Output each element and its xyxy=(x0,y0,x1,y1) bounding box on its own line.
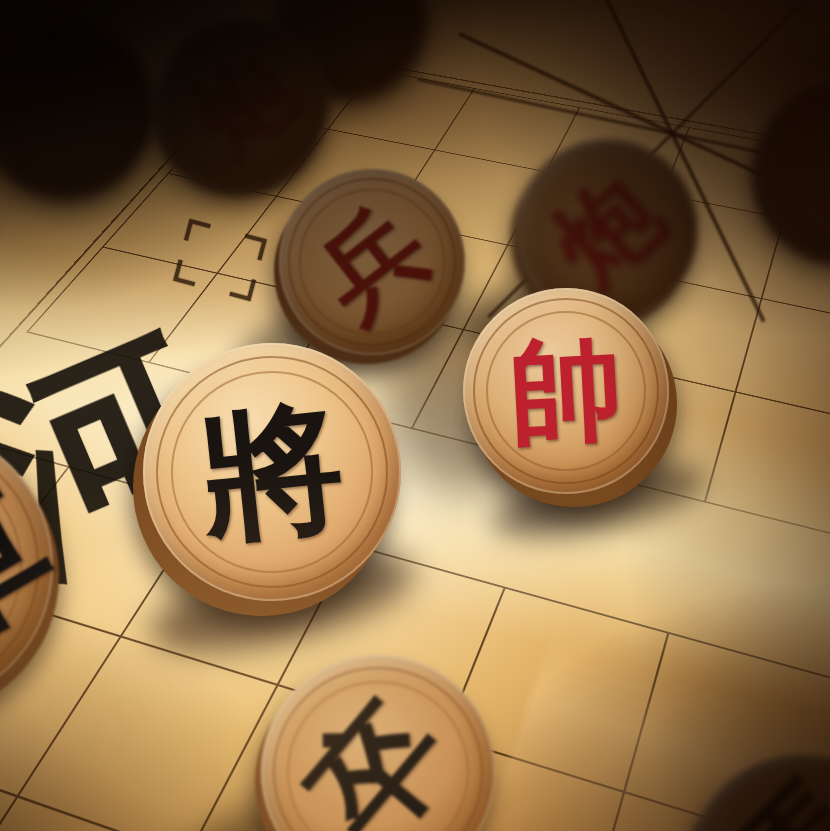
piece-face: 帥 xyxy=(463,288,669,494)
piece-face: 炮 xyxy=(157,18,329,190)
piece-face: 將 xyxy=(143,343,401,601)
piece-glyph: 炮 xyxy=(536,159,677,300)
piece-red-cannon-far[interactable]: 炮 xyxy=(157,18,329,190)
piece-glyph: 炮 xyxy=(176,37,310,171)
piece-groove-inner xyxy=(776,98,830,238)
piece-red-general[interactable]: 帥 xyxy=(463,288,669,494)
piece-groove-outer xyxy=(0,32,147,185)
piece-glyph: 將 xyxy=(194,394,350,550)
piece-glyph: 帥 xyxy=(507,332,626,451)
piece-red-soldier[interactable]: 兵 xyxy=(279,169,465,355)
piece-glyph: 卒 xyxy=(287,681,469,831)
piece-face: 兵 xyxy=(279,169,465,355)
piece-black-general[interactable]: 將 xyxy=(143,343,401,601)
xiangqi-photo-stage: 河 炮炮兵將帥卒車馬 xyxy=(0,0,830,831)
piece-glyph: 兵 xyxy=(300,190,443,333)
piece-groove-inner xyxy=(4,42,137,175)
